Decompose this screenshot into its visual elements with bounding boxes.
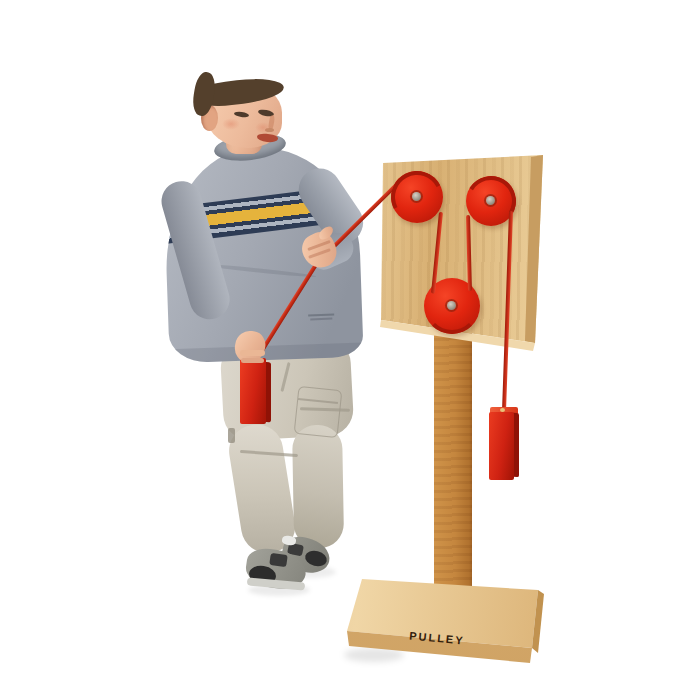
cargo-pocket [294,386,343,438]
stand-post [434,314,472,600]
left-hand-finger-2 [241,358,264,363]
sweatshirt-hem-logo-line2 [310,318,332,321]
photo-scene: PULLEY [0,0,700,700]
hanging-weight-eyelet [500,408,505,412]
sweatshirt-hem-logo [308,314,334,317]
boy-cheek-blush-right [255,122,271,133]
screw-top-right-pulley [486,196,495,205]
right-shoe-lace-patch [269,553,288,567]
held-weight-front-face [240,358,266,424]
screw-top-left-pulley [412,192,421,201]
boy-left-leg [292,425,344,549]
screw-bottom-pulley [447,301,456,310]
side-strap [228,428,235,443]
boy-cheek-blush-left [222,118,240,130]
left-hand-finger [240,350,265,356]
hanging-weight-front-face [489,412,514,480]
